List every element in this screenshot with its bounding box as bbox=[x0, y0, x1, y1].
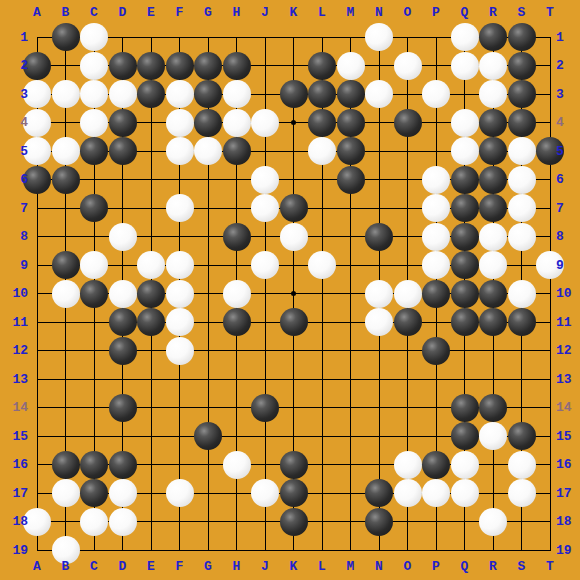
stone-white-S10[interactable] bbox=[508, 280, 536, 308]
stone-white-C3[interactable] bbox=[80, 80, 108, 108]
stone-black-O4[interactable] bbox=[394, 109, 422, 137]
stone-white-H4[interactable] bbox=[223, 109, 251, 137]
stone-white-G5[interactable] bbox=[194, 137, 222, 165]
stone-black-C10[interactable] bbox=[80, 280, 108, 308]
stone-black-S11[interactable] bbox=[508, 308, 536, 336]
stone-black-P10[interactable] bbox=[422, 280, 450, 308]
grid-horizontal-line bbox=[37, 550, 551, 551]
stone-white-R2[interactable] bbox=[479, 52, 507, 80]
column-label-bottom: Q bbox=[457, 559, 473, 574]
stone-white-R15[interactable] bbox=[479, 422, 507, 450]
stone-white-F17[interactable] bbox=[166, 479, 194, 507]
stone-white-K8[interactable] bbox=[280, 223, 308, 251]
column-label-top: Q bbox=[457, 5, 473, 20]
column-label-top: M bbox=[343, 5, 359, 20]
stone-white-H10[interactable] bbox=[223, 280, 251, 308]
row-label-right: 15 bbox=[556, 429, 580, 444]
stone-black-E11[interactable] bbox=[137, 308, 165, 336]
stone-black-K3[interactable] bbox=[280, 80, 308, 108]
row-label-left: 17 bbox=[2, 486, 28, 501]
stone-white-S17[interactable] bbox=[508, 479, 536, 507]
stone-white-F7[interactable] bbox=[166, 194, 194, 222]
stone-white-P17[interactable] bbox=[422, 479, 450, 507]
stone-black-D16[interactable] bbox=[109, 451, 137, 479]
stone-black-L4[interactable] bbox=[308, 109, 336, 137]
stone-white-N3[interactable] bbox=[365, 80, 393, 108]
column-label-top: R bbox=[485, 5, 501, 20]
stone-white-S16[interactable] bbox=[508, 451, 536, 479]
stone-white-B10[interactable] bbox=[52, 280, 80, 308]
stone-black-G4[interactable] bbox=[194, 109, 222, 137]
stone-black-E3[interactable] bbox=[137, 80, 165, 108]
row-label-right: 16 bbox=[556, 457, 580, 472]
stone-black-B1[interactable] bbox=[52, 23, 80, 51]
stone-white-Q4[interactable] bbox=[451, 109, 479, 137]
stone-black-K17[interactable] bbox=[280, 479, 308, 507]
stone-white-J7[interactable] bbox=[251, 194, 279, 222]
star-point bbox=[291, 291, 296, 296]
column-label-bottom: M bbox=[343, 559, 359, 574]
stone-white-D18[interactable] bbox=[109, 508, 137, 536]
stone-black-D5[interactable] bbox=[109, 137, 137, 165]
stone-black-J14[interactable] bbox=[251, 394, 279, 422]
stone-black-S1[interactable] bbox=[508, 23, 536, 51]
stone-white-J6[interactable] bbox=[251, 166, 279, 194]
column-label-top: L bbox=[314, 5, 330, 20]
stone-white-J4[interactable] bbox=[251, 109, 279, 137]
stone-white-E9[interactable] bbox=[137, 251, 165, 279]
stone-white-F5[interactable] bbox=[166, 137, 194, 165]
stone-white-N11[interactable] bbox=[365, 308, 393, 336]
row-label-left: 13 bbox=[2, 372, 28, 387]
stone-black-G3[interactable] bbox=[194, 80, 222, 108]
column-label-top: D bbox=[115, 5, 131, 20]
column-label-top: H bbox=[229, 5, 245, 20]
row-label-right: 3 bbox=[556, 87, 580, 102]
stone-white-P9[interactable] bbox=[422, 251, 450, 279]
stone-white-Q1[interactable] bbox=[451, 23, 479, 51]
stone-black-M5[interactable] bbox=[337, 137, 365, 165]
row-label-left: 4 bbox=[2, 115, 28, 130]
stone-white-O2[interactable] bbox=[394, 52, 422, 80]
stone-black-R1[interactable] bbox=[479, 23, 507, 51]
stone-black-Q14[interactable] bbox=[451, 394, 479, 422]
stone-black-B16[interactable] bbox=[52, 451, 80, 479]
stone-black-R4[interactable] bbox=[479, 109, 507, 137]
stone-white-H3[interactable] bbox=[223, 80, 251, 108]
row-label-left: 7 bbox=[2, 201, 28, 216]
stone-black-S4[interactable] bbox=[508, 109, 536, 137]
row-label-right: 2 bbox=[556, 58, 580, 73]
column-label-bottom: N bbox=[371, 559, 387, 574]
column-label-bottom: T bbox=[542, 559, 558, 574]
grid-horizontal-line bbox=[37, 379, 551, 380]
column-label-bottom: L bbox=[314, 559, 330, 574]
stone-black-B9[interactable] bbox=[52, 251, 80, 279]
row-label-right: 11 bbox=[556, 315, 580, 330]
stone-white-J17[interactable] bbox=[251, 479, 279, 507]
stone-black-C5[interactable] bbox=[80, 137, 108, 165]
stone-black-C17[interactable] bbox=[80, 479, 108, 507]
row-label-right: 18 bbox=[556, 514, 580, 529]
stone-black-D2[interactable] bbox=[109, 52, 137, 80]
row-label-right: 19 bbox=[556, 543, 580, 558]
stone-white-C4[interactable] bbox=[80, 109, 108, 137]
row-label-left: 2 bbox=[2, 58, 28, 73]
column-label-bottom: R bbox=[485, 559, 501, 574]
stone-white-Q17[interactable] bbox=[451, 479, 479, 507]
stone-white-R8[interactable] bbox=[479, 223, 507, 251]
column-label-bottom: J bbox=[257, 559, 273, 574]
stone-white-P3[interactable] bbox=[422, 80, 450, 108]
row-label-right: 7 bbox=[556, 201, 580, 216]
stone-white-P6[interactable] bbox=[422, 166, 450, 194]
stone-white-D3[interactable] bbox=[109, 80, 137, 108]
stone-black-K7[interactable] bbox=[280, 194, 308, 222]
stone-white-S6[interactable] bbox=[508, 166, 536, 194]
stone-black-F2[interactable] bbox=[166, 52, 194, 80]
stone-black-H8[interactable] bbox=[223, 223, 251, 251]
stone-black-E2[interactable] bbox=[137, 52, 165, 80]
row-label-left: 19 bbox=[2, 543, 28, 558]
stone-white-N10[interactable] bbox=[365, 280, 393, 308]
stone-white-F9[interactable] bbox=[166, 251, 194, 279]
column-label-top: N bbox=[371, 5, 387, 20]
stone-black-D14[interactable] bbox=[109, 394, 137, 422]
stone-white-L5[interactable] bbox=[308, 137, 336, 165]
row-label-left: 18 bbox=[2, 514, 28, 529]
star-point bbox=[291, 120, 296, 125]
stone-white-R18[interactable] bbox=[479, 508, 507, 536]
stone-black-D11[interactable] bbox=[109, 308, 137, 336]
stone-black-K16[interactable] bbox=[280, 451, 308, 479]
stone-white-F10[interactable] bbox=[166, 280, 194, 308]
stone-black-C7[interactable] bbox=[80, 194, 108, 222]
column-label-top: B bbox=[58, 5, 74, 20]
row-label-left: 6 bbox=[2, 172, 28, 187]
stone-black-S3[interactable] bbox=[508, 80, 536, 108]
stone-white-Q2[interactable] bbox=[451, 52, 479, 80]
stone-black-R5[interactable] bbox=[479, 137, 507, 165]
row-label-right: 9 bbox=[556, 258, 580, 273]
column-label-bottom: C bbox=[86, 559, 102, 574]
stone-black-G15[interactable] bbox=[194, 422, 222, 450]
go-board[interactable]: AABBCCDDEEFFGGHHJJKKLLMMNNOOPPQQRRSSTT11… bbox=[0, 0, 580, 580]
stone-white-F4[interactable] bbox=[166, 109, 194, 137]
row-label-right: 6 bbox=[556, 172, 580, 187]
stone-black-B6[interactable] bbox=[52, 166, 80, 194]
column-label-bottom: K bbox=[286, 559, 302, 574]
stone-black-P12[interactable] bbox=[422, 337, 450, 365]
stone-white-O10[interactable] bbox=[394, 280, 422, 308]
stone-black-Q8[interactable] bbox=[451, 223, 479, 251]
stone-white-F11[interactable] bbox=[166, 308, 194, 336]
column-label-top: G bbox=[200, 5, 216, 20]
stone-black-Q6[interactable] bbox=[451, 166, 479, 194]
row-label-left: 9 bbox=[2, 258, 28, 273]
stone-black-K11[interactable] bbox=[280, 308, 308, 336]
stone-white-H16[interactable] bbox=[223, 451, 251, 479]
stone-black-K18[interactable] bbox=[280, 508, 308, 536]
stone-white-Q5[interactable] bbox=[451, 137, 479, 165]
stone-black-H2[interactable] bbox=[223, 52, 251, 80]
stone-black-E10[interactable] bbox=[137, 280, 165, 308]
column-label-bottom: P bbox=[428, 559, 444, 574]
column-label-top: S bbox=[514, 5, 530, 20]
column-label-top: T bbox=[542, 5, 558, 20]
column-label-bottom: O bbox=[400, 559, 416, 574]
stone-white-M2[interactable] bbox=[337, 52, 365, 80]
stone-white-S8[interactable] bbox=[508, 223, 536, 251]
stone-white-C9[interactable] bbox=[80, 251, 108, 279]
column-label-top: F bbox=[172, 5, 188, 20]
stone-black-P16[interactable] bbox=[422, 451, 450, 479]
stone-white-F12[interactable] bbox=[166, 337, 194, 365]
row-label-right: 5 bbox=[556, 144, 580, 159]
stone-black-S2[interactable] bbox=[508, 52, 536, 80]
stone-white-R3[interactable] bbox=[479, 80, 507, 108]
row-label-right: 12 bbox=[556, 343, 580, 358]
row-label-right: 17 bbox=[556, 486, 580, 501]
stone-white-C2[interactable] bbox=[80, 52, 108, 80]
column-label-top: K bbox=[286, 5, 302, 20]
column-label-top: J bbox=[257, 5, 273, 20]
row-label-left: 8 bbox=[2, 229, 28, 244]
stone-white-D17[interactable] bbox=[109, 479, 137, 507]
stone-white-P7[interactable] bbox=[422, 194, 450, 222]
stone-black-H5[interactable] bbox=[223, 137, 251, 165]
stone-black-M6[interactable] bbox=[337, 166, 365, 194]
column-label-bottom: A bbox=[29, 559, 45, 574]
column-label-bottom: S bbox=[514, 559, 530, 574]
row-label-right: 4 bbox=[556, 115, 580, 130]
stone-black-Q15[interactable] bbox=[451, 422, 479, 450]
row-label-left: 11 bbox=[2, 315, 28, 330]
stone-black-M4[interactable] bbox=[337, 109, 365, 137]
stone-black-N17[interactable] bbox=[365, 479, 393, 507]
stone-black-R7[interactable] bbox=[479, 194, 507, 222]
stone-white-B17[interactable] bbox=[52, 479, 80, 507]
column-label-bottom: G bbox=[200, 559, 216, 574]
row-label-left: 3 bbox=[2, 87, 28, 102]
stone-black-R11[interactable] bbox=[479, 308, 507, 336]
stone-black-R6[interactable] bbox=[479, 166, 507, 194]
row-label-left: 16 bbox=[2, 457, 28, 472]
stone-black-Q11[interactable] bbox=[451, 308, 479, 336]
column-label-top: E bbox=[143, 5, 159, 20]
stone-white-C1[interactable] bbox=[80, 23, 108, 51]
stone-white-O17[interactable] bbox=[394, 479, 422, 507]
stone-black-Q10[interactable] bbox=[451, 280, 479, 308]
stone-black-M3[interactable] bbox=[337, 80, 365, 108]
stone-black-D4[interactable] bbox=[109, 109, 137, 137]
stone-black-S15[interactable] bbox=[508, 422, 536, 450]
stone-white-C18[interactable] bbox=[80, 508, 108, 536]
stone-white-O16[interactable] bbox=[394, 451, 422, 479]
stone-black-N18[interactable] bbox=[365, 508, 393, 536]
row-label-left: 10 bbox=[2, 286, 28, 301]
column-label-bottom: H bbox=[229, 559, 245, 574]
stone-white-N1[interactable] bbox=[365, 23, 393, 51]
stone-white-S7[interactable] bbox=[508, 194, 536, 222]
column-label-bottom: D bbox=[115, 559, 131, 574]
stone-black-D12[interactable] bbox=[109, 337, 137, 365]
stone-black-L2[interactable] bbox=[308, 52, 336, 80]
stone-black-L3[interactable] bbox=[308, 80, 336, 108]
stone-white-J9[interactable] bbox=[251, 251, 279, 279]
stone-white-S5[interactable] bbox=[508, 137, 536, 165]
row-label-right: 10 bbox=[556, 286, 580, 301]
row-label-right: 14 bbox=[556, 400, 580, 415]
stone-white-P8[interactable] bbox=[422, 223, 450, 251]
stone-black-H11[interactable] bbox=[223, 308, 251, 336]
column-label-top: C bbox=[86, 5, 102, 20]
row-label-left: 5 bbox=[2, 144, 28, 159]
stone-black-Q9[interactable] bbox=[451, 251, 479, 279]
row-label-left: 15 bbox=[2, 429, 28, 444]
row-label-left: 12 bbox=[2, 343, 28, 358]
column-label-bottom: B bbox=[58, 559, 74, 574]
row-label-left: 14 bbox=[2, 400, 28, 415]
column-label-bottom: F bbox=[172, 559, 188, 574]
stone-white-R9[interactable] bbox=[479, 251, 507, 279]
column-label-top: O bbox=[400, 5, 416, 20]
column-label-top: P bbox=[428, 5, 444, 20]
column-label-bottom: E bbox=[143, 559, 159, 574]
stone-white-D10[interactable] bbox=[109, 280, 137, 308]
stone-white-L9[interactable] bbox=[308, 251, 336, 279]
stone-black-N8[interactable] bbox=[365, 223, 393, 251]
stone-black-R14[interactable] bbox=[479, 394, 507, 422]
stone-black-Q7[interactable] bbox=[451, 194, 479, 222]
stone-white-Q16[interactable] bbox=[451, 451, 479, 479]
row-label-right: 1 bbox=[556, 30, 580, 45]
row-label-right: 13 bbox=[556, 372, 580, 387]
stone-white-F3[interactable] bbox=[166, 80, 194, 108]
column-label-top: A bbox=[29, 5, 45, 20]
row-label-right: 8 bbox=[556, 229, 580, 244]
stone-white-B5[interactable] bbox=[52, 137, 80, 165]
stone-black-O11[interactable] bbox=[394, 308, 422, 336]
stone-white-B3[interactable] bbox=[52, 80, 80, 108]
stone-black-C16[interactable] bbox=[80, 451, 108, 479]
stone-white-D8[interactable] bbox=[109, 223, 137, 251]
row-label-left: 1 bbox=[2, 30, 28, 45]
stone-black-G2[interactable] bbox=[194, 52, 222, 80]
grid-vertical-line bbox=[550, 37, 551, 551]
stone-black-R10[interactable] bbox=[479, 280, 507, 308]
